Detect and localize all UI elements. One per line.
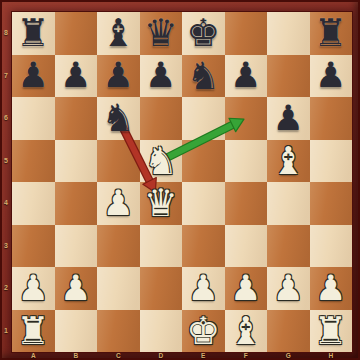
piece-white-rook-h1[interactable]: ♜	[314, 312, 348, 350]
piece-black-king-e8[interactable]: ♚	[186, 14, 220, 52]
square-g8[interactable]	[267, 12, 310, 55]
rank-label-5: 5	[0, 157, 12, 164]
rank-label-7: 7	[0, 72, 12, 79]
square-a8[interactable]: ♜	[12, 12, 55, 55]
square-f6[interactable]	[225, 97, 268, 140]
piece-black-queen-d8[interactable]: ♛	[144, 14, 178, 52]
square-c4[interactable]: ♟	[97, 182, 140, 225]
square-c3[interactable]	[97, 225, 140, 268]
square-b4[interactable]	[55, 182, 98, 225]
piece-black-knight-e7[interactable]: ♞	[186, 57, 220, 95]
square-e7[interactable]: ♞	[182, 55, 225, 98]
piece-white-queen-d4[interactable]: ♛	[144, 184, 178, 222]
square-a3[interactable]	[12, 225, 55, 268]
square-h3[interactable]	[310, 225, 353, 268]
piece-black-pawn-h7[interactable]: ♟	[315, 58, 346, 93]
square-c7[interactable]: ♟	[97, 55, 140, 98]
square-e3[interactable]	[182, 225, 225, 268]
piece-white-pawn-c4[interactable]: ♟	[103, 186, 134, 221]
square-b2[interactable]: ♟	[55, 267, 98, 310]
square-f5[interactable]	[225, 140, 268, 183]
square-d6[interactable]	[140, 97, 183, 140]
square-a1[interactable]: ♜	[12, 310, 55, 353]
square-h2[interactable]: ♟	[310, 267, 353, 310]
square-f4[interactable]	[225, 182, 268, 225]
square-b6[interactable]	[55, 97, 98, 140]
square-h8[interactable]: ♜	[310, 12, 353, 55]
square-h5[interactable]	[310, 140, 353, 183]
square-e4[interactable]	[182, 182, 225, 225]
square-f1[interactable]: ♝	[225, 310, 268, 353]
rank-label-6: 6	[0, 114, 12, 121]
rank-label-4: 4	[0, 199, 12, 206]
piece-white-king-e1[interactable]: ♚	[186, 312, 220, 350]
square-g3[interactable]	[267, 225, 310, 268]
piece-white-pawn-h2[interactable]: ♟	[315, 271, 346, 306]
square-b8[interactable]	[55, 12, 98, 55]
chess-board[interactable]: ♜♝♛♚♜♟♟♟♟♞♟♟♞♟♞♝♟♛♟♟♟♟♟♟♜♚♝♜	[12, 12, 352, 352]
rank-label-8: 8	[0, 29, 12, 36]
square-a6[interactable]	[12, 97, 55, 140]
square-h6[interactable]	[310, 97, 353, 140]
square-d7[interactable]: ♟	[140, 55, 183, 98]
rank-label-2: 2	[0, 284, 12, 291]
piece-white-pawn-f2[interactable]: ♟	[230, 271, 261, 306]
square-c5[interactable]	[97, 140, 140, 183]
square-b3[interactable]	[55, 225, 98, 268]
piece-black-pawn-b7[interactable]: ♟	[60, 58, 91, 93]
square-b7[interactable]: ♟	[55, 55, 98, 98]
square-d2[interactable]	[140, 267, 183, 310]
piece-white-bishop-f1[interactable]: ♝	[229, 312, 263, 350]
square-e6[interactable]	[182, 97, 225, 140]
board-frame: ♜♝♛♚♜♟♟♟♟♞♟♟♞♟♞♝♟♛♟♟♟♟♟♟♜♚♝♜ 87654321ABC…	[0, 0, 360, 360]
piece-black-bishop-c8[interactable]: ♝	[101, 14, 135, 52]
square-b1[interactable]	[55, 310, 98, 353]
square-d4[interactable]: ♛	[140, 182, 183, 225]
square-a2[interactable]: ♟	[12, 267, 55, 310]
file-label-c: C	[97, 352, 140, 360]
square-d3[interactable]	[140, 225, 183, 268]
square-c1[interactable]	[97, 310, 140, 353]
file-label-e: E	[182, 352, 225, 360]
file-label-f: F	[225, 352, 268, 360]
square-e2[interactable]: ♟	[182, 267, 225, 310]
square-a5[interactable]	[12, 140, 55, 183]
square-e5[interactable]	[182, 140, 225, 183]
piece-black-pawn-a7[interactable]: ♟	[18, 58, 49, 93]
piece-black-pawn-g6[interactable]: ♟	[273, 101, 304, 136]
square-c2[interactable]	[97, 267, 140, 310]
piece-white-pawn-e2[interactable]: ♟	[188, 271, 219, 306]
piece-black-rook-h8[interactable]: ♜	[314, 14, 348, 52]
square-h1[interactable]: ♜	[310, 310, 353, 353]
square-f7[interactable]: ♟	[225, 55, 268, 98]
square-e8[interactable]: ♚	[182, 12, 225, 55]
piece-white-rook-a1[interactable]: ♜	[16, 312, 50, 350]
square-d8[interactable]: ♛	[140, 12, 183, 55]
square-g7[interactable]	[267, 55, 310, 98]
square-g2[interactable]: ♟	[267, 267, 310, 310]
piece-black-pawn-d7[interactable]: ♟	[145, 58, 176, 93]
square-g5[interactable]: ♝	[267, 140, 310, 183]
square-f8[interactable]	[225, 12, 268, 55]
piece-white-pawn-g2[interactable]: ♟	[273, 271, 304, 306]
square-a7[interactable]: ♟	[12, 55, 55, 98]
square-d1[interactable]	[140, 310, 183, 353]
square-a4[interactable]	[12, 182, 55, 225]
piece-black-pawn-f7[interactable]: ♟	[230, 58, 261, 93]
piece-white-pawn-a2[interactable]: ♟	[18, 271, 49, 306]
file-label-b: B	[55, 352, 98, 360]
file-label-h: H	[310, 352, 353, 360]
rank-label-3: 3	[0, 242, 12, 249]
square-b5[interactable]	[55, 140, 98, 183]
piece-black-knight-c6[interactable]: ♞	[101, 99, 135, 137]
rank-label-1: 1	[0, 327, 12, 334]
square-e1[interactable]: ♚	[182, 310, 225, 353]
piece-white-bishop-g5[interactable]: ♝	[271, 142, 305, 180]
file-label-d: D	[140, 352, 183, 360]
square-d5[interactable]: ♞	[140, 140, 183, 183]
square-g1[interactable]	[267, 310, 310, 353]
square-f3[interactable]	[225, 225, 268, 268]
file-label-g: G	[267, 352, 310, 360]
square-h7[interactable]: ♟	[310, 55, 353, 98]
square-g6[interactable]: ♟	[267, 97, 310, 140]
square-g4[interactable]	[267, 182, 310, 225]
square-c8[interactable]: ♝	[97, 12, 140, 55]
square-c6[interactable]: ♞	[97, 97, 140, 140]
piece-white-pawn-b2[interactable]: ♟	[60, 271, 91, 306]
square-f2[interactable]: ♟	[225, 267, 268, 310]
square-h4[interactable]	[310, 182, 353, 225]
piece-black-rook-a8[interactable]: ♜	[16, 14, 50, 52]
piece-black-pawn-c7[interactable]: ♟	[103, 58, 134, 93]
piece-white-knight-d5[interactable]: ♞	[144, 142, 178, 180]
file-label-a: A	[12, 352, 55, 360]
